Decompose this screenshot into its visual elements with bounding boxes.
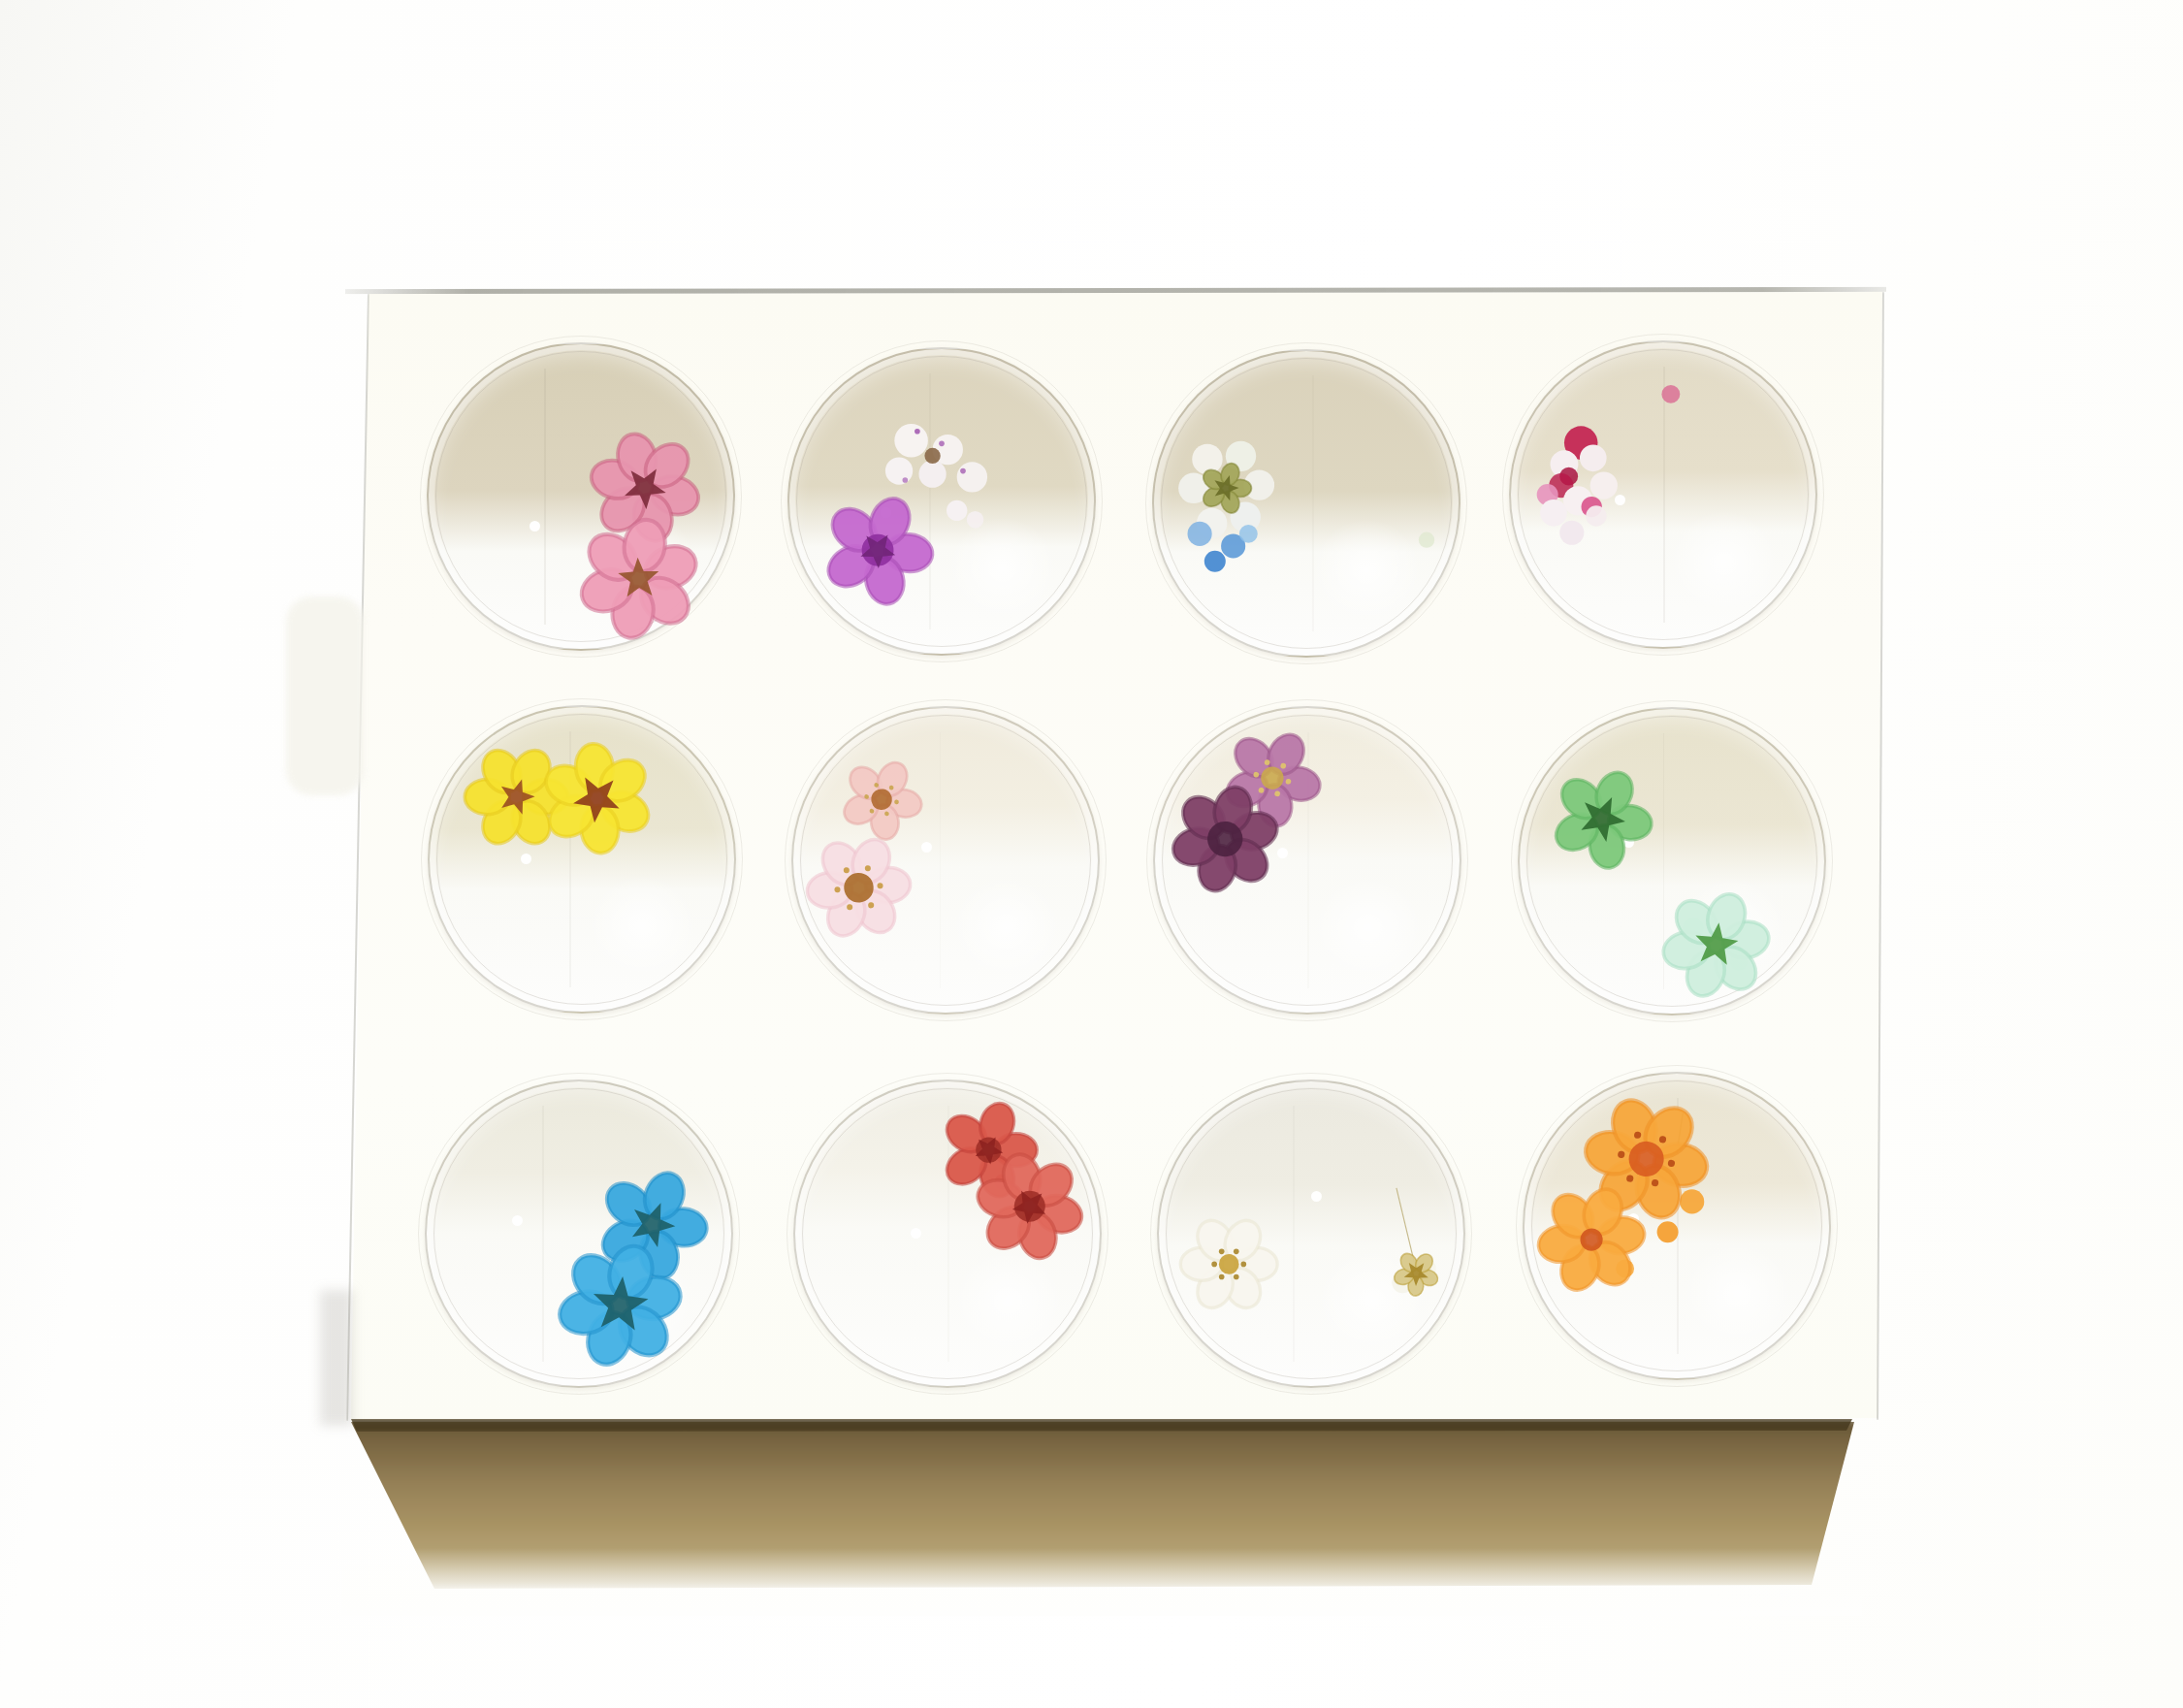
jar-r1c4-crimson-white <box>1509 340 1817 649</box>
jar-r3c3-white <box>1157 1080 1465 1388</box>
box-bottom-flap-edge <box>345 1417 1858 1433</box>
pressed-flowers-art <box>1525 1074 1829 1378</box>
jar-r3c4-orange <box>1523 1072 1831 1380</box>
jar-r3c1-blue <box>425 1080 733 1388</box>
pressed-flowers-art <box>430 707 734 1012</box>
box-bottom-flap-fade <box>341 1548 1862 1616</box>
pressed-flowers-art <box>789 349 1094 654</box>
box-side-tab <box>286 596 364 795</box>
jar-r1c3-blue-white <box>1152 349 1461 658</box>
jar-r3c2-coral-red <box>793 1080 1102 1388</box>
jar-r2c2-pale-pink <box>791 706 1100 1015</box>
pressed-flowers-art <box>1511 342 1815 647</box>
pressed-flowers-art <box>429 344 733 649</box>
jar-r1c1-pink <box>427 342 735 651</box>
pressed-flowers-art <box>1520 709 1824 1014</box>
pressed-flowers-art <box>793 708 1098 1013</box>
jar-r1c2-violet-white <box>787 347 1096 656</box>
pressed-flowers-art <box>1159 1081 1463 1386</box>
pressed-flowers-art <box>795 1081 1100 1386</box>
box-side-shadow <box>320 1290 353 1426</box>
pressed-flowers-art <box>427 1081 731 1386</box>
jar-r2c4-green-mint <box>1518 707 1826 1015</box>
jar-r2c3-plum-purple <box>1153 706 1461 1015</box>
product-photo <box>0 0 2183 1708</box>
jar-r2c1-yellow <box>428 705 736 1014</box>
pressed-flowers-art <box>1154 351 1459 656</box>
pressed-flowers-art <box>1155 708 1460 1013</box>
